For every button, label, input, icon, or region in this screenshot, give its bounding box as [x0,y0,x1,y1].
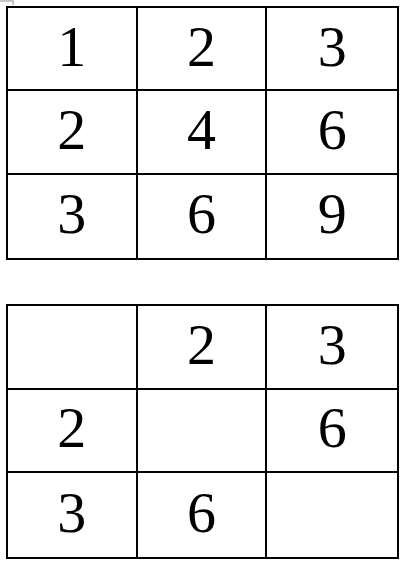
completed-cell-r2c3: 6 [267,91,397,174]
completed-cell-r3c3: 9 [267,175,397,258]
puzzle-cell-r2c1: 2 [8,390,138,474]
puzzle-cell-r2c3: 6 [267,390,397,474]
completed-multiplication-table: 1 2 3 2 4 6 3 6 9 [6,6,399,260]
puzzle-cell-r3c3-blank [267,473,397,557]
puzzle-multiplication-table: 2 3 2 6 3 6 [6,304,399,559]
puzzle-cell-r1c1-blank [8,306,138,390]
puzzle-cell-r3c2: 6 [138,473,268,557]
puzzle-cell-r1c3: 3 [267,306,397,390]
completed-cell-r2c2: 4 [138,91,268,174]
puzzle-cell-r3c1: 3 [8,473,138,557]
completed-cell-r2c1: 2 [8,91,138,174]
page-edge-artifact-vertical [12,0,14,5]
puzzle-cell-r1c2: 2 [138,306,268,390]
completed-cell-r1c2: 2 [138,8,268,91]
completed-cell-r3c1: 3 [8,175,138,258]
completed-cell-r1c3: 3 [267,8,397,91]
completed-cell-r1c1: 1 [8,8,138,91]
completed-cell-r3c2: 6 [138,175,268,258]
puzzle-cell-r2c2-blank [138,390,268,474]
